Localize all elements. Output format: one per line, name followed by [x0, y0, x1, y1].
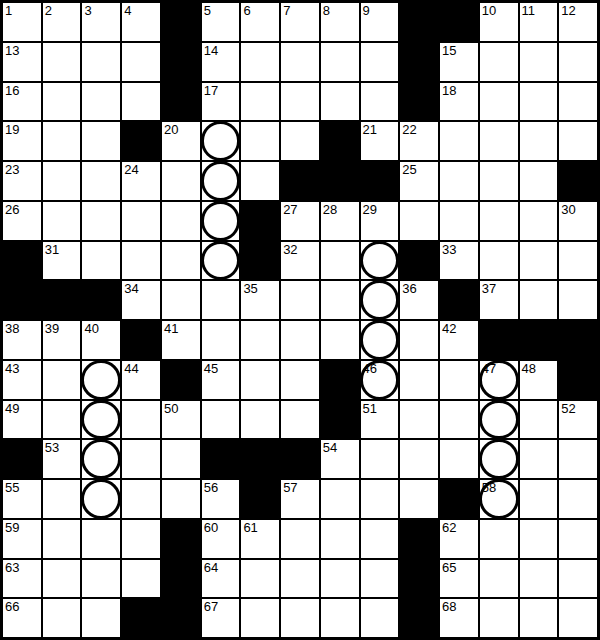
black-cell-r12c6 [240, 479, 280, 519]
clue-number-64: 64 [204, 561, 218, 575]
circle-marker [201, 241, 241, 281]
cell-r0c0[interactable]: 1 [2, 2, 42, 42]
black-cell-r2c10 [399, 82, 439, 122]
clue-number-58: 58 [482, 481, 496, 495]
clue-number-65: 65 [442, 561, 456, 575]
cell-r5c5[interactable] [201, 201, 241, 241]
cell-r3c2[interactable] [81, 121, 121, 161]
cell-r9c12[interactable]: 47 [479, 360, 519, 400]
cell-r15c14[interactable] [558, 598, 598, 638]
cell-r2c7[interactable] [280, 82, 320, 122]
cell-r6c7[interactable]: 32 [280, 241, 320, 281]
clue-number-49: 49 [5, 402, 19, 416]
clue-number-50: 50 [164, 402, 178, 416]
clue-number-56: 56 [204, 481, 218, 495]
cell-r7c7[interactable] [280, 280, 320, 320]
cell-r1c12[interactable] [479, 42, 519, 82]
cell-r11c12[interactable] [479, 439, 519, 479]
cell-r2c13[interactable] [519, 82, 559, 122]
cell-r15c11[interactable]: 68 [439, 598, 479, 638]
cell-r13c8[interactable] [320, 519, 360, 559]
cell-r7c9[interactable] [360, 280, 400, 320]
clue-number-27: 27 [283, 203, 297, 217]
clue-number-7: 7 [283, 4, 290, 18]
cell-r11c8[interactable]: 54 [320, 439, 360, 479]
black-cell-r0c10 [399, 2, 439, 42]
cell-r15c13[interactable] [519, 598, 559, 638]
clue-number-55: 55 [5, 481, 19, 495]
black-cell-r2c4 [161, 82, 201, 122]
black-cell-r13c10 [399, 519, 439, 559]
cell-r3c7[interactable] [280, 121, 320, 161]
circle-marker [201, 121, 241, 161]
clue-number-26: 26 [5, 203, 19, 217]
cell-r14c7[interactable] [280, 559, 320, 599]
clue-number-32: 32 [283, 243, 297, 257]
cell-r0c14[interactable]: 12 [558, 2, 598, 42]
clue-number-24: 24 [124, 163, 138, 177]
clue-number-34: 34 [124, 282, 138, 296]
cell-r3c6[interactable] [240, 121, 280, 161]
cell-r3c5[interactable] [201, 121, 241, 161]
cell-r10c1[interactable] [42, 400, 82, 440]
clue-number-30: 30 [561, 203, 575, 217]
cell-r0c7[interactable]: 7 [280, 2, 320, 42]
clue-number-45: 45 [204, 362, 218, 376]
cell-r13c12[interactable] [479, 519, 519, 559]
cell-r9c11[interactable] [439, 360, 479, 400]
cell-r15c0[interactable]: 66 [2, 598, 42, 638]
cell-r9c6[interactable] [240, 360, 280, 400]
clue-number-6: 6 [243, 4, 250, 18]
circle-marker [81, 479, 121, 519]
cell-r5c9[interactable]: 29 [360, 201, 400, 241]
cell-r1c2[interactable] [81, 42, 121, 82]
circle-marker [81, 360, 121, 400]
black-cell-r4c8 [320, 161, 360, 201]
cell-r11c11[interactable] [439, 439, 479, 479]
cell-r8c9[interactable] [360, 320, 400, 360]
cell-r13c6[interactable]: 61 [240, 519, 280, 559]
cell-r2c2[interactable] [81, 82, 121, 122]
cell-r7c6[interactable]: 35 [240, 280, 280, 320]
cell-r10c14[interactable]: 52 [558, 400, 598, 440]
cell-r0c5[interactable]: 5 [201, 2, 241, 42]
cell-r11c3[interactable] [121, 439, 161, 479]
black-cell-r7c1 [42, 280, 82, 320]
black-cell-r14c10 [399, 559, 439, 599]
circle-marker [360, 280, 400, 320]
clue-number-13: 13 [5, 44, 19, 58]
cell-r14c14[interactable] [558, 559, 598, 599]
circle-marker [479, 400, 519, 440]
cell-r1c3[interactable] [121, 42, 161, 82]
cell-r7c10[interactable]: 36 [399, 280, 439, 320]
cell-r1c1[interactable] [42, 42, 82, 82]
cell-r5c14[interactable]: 30 [558, 201, 598, 241]
cell-r6c8[interactable] [320, 241, 360, 281]
cell-r5c4[interactable] [161, 201, 201, 241]
clue-number-47: 47 [482, 362, 496, 376]
cell-r12c12[interactable]: 58 [479, 479, 519, 519]
black-cell-r8c14 [558, 320, 598, 360]
cell-r1c6[interactable] [240, 42, 280, 82]
clue-number-5: 5 [204, 4, 211, 18]
cell-r4c12[interactable] [479, 161, 519, 201]
cell-r11c9[interactable] [360, 439, 400, 479]
cell-r14c3[interactable] [121, 559, 161, 599]
cell-r5c8[interactable]: 28 [320, 201, 360, 241]
black-cell-r11c0 [2, 439, 42, 479]
circle-marker [360, 320, 400, 360]
black-cell-r9c8 [320, 360, 360, 400]
black-cell-r7c11 [439, 280, 479, 320]
clue-number-20: 20 [164, 123, 178, 137]
cell-r3c14[interactable] [558, 121, 598, 161]
cell-r5c2[interactable] [81, 201, 121, 241]
black-cell-r13c4 [161, 519, 201, 559]
clue-number-59: 59 [5, 521, 19, 535]
cell-r10c13[interactable] [519, 400, 559, 440]
cell-r12c4[interactable] [161, 479, 201, 519]
cell-r6c11[interactable]: 33 [439, 241, 479, 281]
cell-r12c0[interactable]: 55 [2, 479, 42, 519]
cell-r9c5[interactable]: 45 [201, 360, 241, 400]
cell-r13c14[interactable] [558, 519, 598, 559]
cell-r14c1[interactable] [42, 559, 82, 599]
clue-number-35: 35 [243, 282, 257, 296]
cell-r11c13[interactable] [519, 439, 559, 479]
cell-r9c13[interactable]: 48 [519, 360, 559, 400]
cell-r6c9[interactable] [360, 241, 400, 281]
clue-number-48: 48 [522, 362, 536, 376]
cell-r3c11[interactable] [439, 121, 479, 161]
clue-number-10: 10 [482, 4, 496, 18]
cell-r0c1[interactable]: 2 [42, 2, 82, 42]
cell-r6c5[interactable] [201, 241, 241, 281]
cell-r15c1[interactable] [42, 598, 82, 638]
cell-r0c13[interactable]: 11 [519, 2, 559, 42]
cell-r9c9[interactable]: 46 [360, 360, 400, 400]
cell-r14c11[interactable]: 65 [439, 559, 479, 599]
clue-number-25: 25 [402, 163, 416, 177]
crossword-grid: 1234567891011121314151617181920212223242… [0, 0, 600, 640]
cell-r2c3[interactable] [121, 82, 161, 122]
clue-number-33: 33 [442, 243, 456, 257]
cell-r13c11[interactable]: 62 [439, 519, 479, 559]
cell-r7c8[interactable] [320, 280, 360, 320]
cell-r6c13[interactable] [519, 241, 559, 281]
cell-r9c7[interactable] [280, 360, 320, 400]
cell-r9c3[interactable]: 44 [121, 360, 161, 400]
cell-r2c1[interactable] [42, 82, 82, 122]
cell-r13c2[interactable] [81, 519, 121, 559]
clue-number-40: 40 [84, 322, 98, 336]
circle-marker [201, 161, 241, 201]
cell-r9c2[interactable] [81, 360, 121, 400]
black-cell-r9c4 [161, 360, 201, 400]
clue-number-28: 28 [323, 203, 337, 217]
cell-r8c11[interactable]: 42 [439, 320, 479, 360]
cell-r13c0[interactable]: 59 [2, 519, 42, 559]
cell-r3c1[interactable] [42, 121, 82, 161]
clue-number-8: 8 [323, 4, 330, 18]
cell-r15c2[interactable] [81, 598, 121, 638]
cell-r13c13[interactable] [519, 519, 559, 559]
circle-marker [81, 400, 121, 440]
cell-r4c6[interactable] [240, 161, 280, 201]
cell-r13c9[interactable] [360, 519, 400, 559]
cell-r4c1[interactable] [42, 161, 82, 201]
cell-r1c0[interactable]: 13 [2, 42, 42, 82]
clue-number-67: 67 [204, 600, 218, 614]
clue-number-36: 36 [402, 282, 416, 296]
cell-r4c13[interactable] [519, 161, 559, 201]
cell-r5c0[interactable]: 26 [2, 201, 42, 241]
clue-number-66: 66 [5, 600, 19, 614]
black-cell-r0c4 [161, 2, 201, 42]
cell-r2c12[interactable] [479, 82, 519, 122]
cell-r13c3[interactable] [121, 519, 161, 559]
cell-r10c5[interactable] [201, 400, 241, 440]
clue-number-46: 46 [363, 362, 377, 376]
cell-r2c6[interactable] [240, 82, 280, 122]
cell-r10c3[interactable] [121, 400, 161, 440]
cell-r7c5[interactable] [201, 280, 241, 320]
cell-r15c12[interactable] [479, 598, 519, 638]
black-cell-r15c3 [121, 598, 161, 638]
cell-r5c1[interactable] [42, 201, 82, 241]
cell-r5c10[interactable] [399, 201, 439, 241]
black-cell-r1c4 [161, 42, 201, 82]
cell-r12c5[interactable]: 56 [201, 479, 241, 519]
clue-number-1: 1 [5, 4, 12, 18]
cell-r11c4[interactable] [161, 439, 201, 479]
cell-r14c12[interactable] [479, 559, 519, 599]
cell-r7c3[interactable]: 34 [121, 280, 161, 320]
black-cell-r12c11 [439, 479, 479, 519]
cell-r3c10[interactable]: 22 [399, 121, 439, 161]
cell-r12c7[interactable]: 57 [280, 479, 320, 519]
cell-r12c14[interactable] [558, 479, 598, 519]
cell-r15c5[interactable]: 67 [201, 598, 241, 638]
cell-r1c9[interactable] [360, 42, 400, 82]
cell-r1c13[interactable] [519, 42, 559, 82]
cell-r8c4[interactable]: 41 [161, 320, 201, 360]
cell-r2c9[interactable] [360, 82, 400, 122]
cell-r10c9[interactable]: 51 [360, 400, 400, 440]
cell-r2c11[interactable]: 18 [439, 82, 479, 122]
cell-r0c6[interactable]: 6 [240, 2, 280, 42]
cell-r10c0[interactable]: 49 [2, 400, 42, 440]
cell-r5c3[interactable] [121, 201, 161, 241]
cell-r4c4[interactable] [161, 161, 201, 201]
clue-number-62: 62 [442, 521, 456, 535]
cell-r7c14[interactable] [558, 280, 598, 320]
cell-r11c14[interactable] [558, 439, 598, 479]
cell-r9c0[interactable]: 43 [2, 360, 42, 400]
clue-number-4: 4 [124, 4, 131, 18]
cell-r10c6[interactable] [240, 400, 280, 440]
cell-r4c3[interactable]: 24 [121, 161, 161, 201]
cell-r5c7[interactable]: 27 [280, 201, 320, 241]
cell-r10c7[interactable] [280, 400, 320, 440]
clue-number-60: 60 [204, 521, 218, 535]
clue-number-52: 52 [561, 402, 575, 416]
cell-r1c5[interactable]: 14 [201, 42, 241, 82]
black-cell-r5c6 [240, 201, 280, 241]
cell-r2c14[interactable] [558, 82, 598, 122]
cell-r10c10[interactable] [399, 400, 439, 440]
cell-r6c4[interactable] [161, 241, 201, 281]
cell-r3c9[interactable]: 21 [360, 121, 400, 161]
cell-r4c11[interactable] [439, 161, 479, 201]
black-cell-r1c10 [399, 42, 439, 82]
clue-number-21: 21 [363, 123, 377, 137]
cell-r11c10[interactable] [399, 439, 439, 479]
cell-r0c2[interactable]: 3 [81, 2, 121, 42]
cell-r2c8[interactable] [320, 82, 360, 122]
circle-marker [479, 439, 519, 479]
cell-r8c7[interactable] [280, 320, 320, 360]
clue-number-37: 37 [482, 282, 496, 296]
cell-r15c9[interactable] [360, 598, 400, 638]
cell-r8c10[interactable] [399, 320, 439, 360]
cell-r8c6[interactable] [240, 320, 280, 360]
clue-number-2: 2 [45, 4, 52, 18]
clue-number-51: 51 [363, 402, 377, 416]
clue-number-42: 42 [442, 322, 456, 336]
black-cell-r3c3 [121, 121, 161, 161]
black-cell-r11c7 [280, 439, 320, 479]
cell-r6c1[interactable]: 31 [42, 241, 82, 281]
clue-number-19: 19 [5, 123, 19, 137]
cell-r2c0[interactable]: 16 [2, 82, 42, 122]
black-cell-r8c12 [479, 320, 519, 360]
cell-r12c1[interactable] [42, 479, 82, 519]
cell-r8c2[interactable]: 40 [81, 320, 121, 360]
cell-r10c4[interactable]: 50 [161, 400, 201, 440]
cell-r14c8[interactable] [320, 559, 360, 599]
clue-number-3: 3 [84, 4, 91, 18]
cell-r8c0[interactable]: 38 [2, 320, 42, 360]
cell-r8c8[interactable] [320, 320, 360, 360]
black-cell-r8c13 [519, 320, 559, 360]
clue-number-14: 14 [204, 44, 218, 58]
cell-r6c14[interactable] [558, 241, 598, 281]
cell-r1c8[interactable] [320, 42, 360, 82]
clue-number-61: 61 [243, 521, 257, 535]
clue-number-44: 44 [124, 362, 138, 376]
cell-r14c6[interactable] [240, 559, 280, 599]
cell-r12c10[interactable] [399, 479, 439, 519]
cell-r3c0[interactable]: 19 [2, 121, 42, 161]
cell-r11c2[interactable] [81, 439, 121, 479]
cell-r7c4[interactable] [161, 280, 201, 320]
cell-r4c2[interactable] [81, 161, 121, 201]
cell-r4c5[interactable] [201, 161, 241, 201]
cell-r3c4[interactable]: 20 [161, 121, 201, 161]
cell-r10c2[interactable] [81, 400, 121, 440]
cell-r7c13[interactable] [519, 280, 559, 320]
clue-number-29: 29 [363, 203, 377, 217]
cell-r0c9[interactable]: 9 [360, 2, 400, 42]
cell-r6c12[interactable] [479, 241, 519, 281]
cell-r11c1[interactable]: 53 [42, 439, 82, 479]
black-cell-r7c0 [2, 280, 42, 320]
cell-r8c1[interactable]: 39 [42, 320, 82, 360]
clue-number-63: 63 [5, 561, 19, 575]
cell-r14c2[interactable] [81, 559, 121, 599]
cell-r0c8[interactable]: 8 [320, 2, 360, 42]
black-cell-r6c10 [399, 241, 439, 281]
cell-r0c3[interactable]: 4 [121, 2, 161, 42]
cell-r2c5[interactable]: 17 [201, 82, 241, 122]
black-cell-r15c4 [161, 598, 201, 638]
clue-number-12: 12 [561, 4, 575, 18]
cell-r5c11[interactable] [439, 201, 479, 241]
cell-r5c13[interactable] [519, 201, 559, 241]
cell-r12c2[interactable] [81, 479, 121, 519]
cell-r15c8[interactable] [320, 598, 360, 638]
cell-r9c1[interactable] [42, 360, 82, 400]
cell-r7c12[interactable]: 37 [479, 280, 519, 320]
cell-r0c12[interactable]: 10 [479, 2, 519, 42]
cell-r14c5[interactable]: 64 [201, 559, 241, 599]
clue-number-17: 17 [204, 84, 218, 98]
cell-r1c11[interactable]: 15 [439, 42, 479, 82]
clue-number-11: 11 [522, 4, 536, 18]
cell-r8c5[interactable] [201, 320, 241, 360]
cell-r6c2[interactable] [81, 241, 121, 281]
cell-r14c0[interactable]: 63 [2, 559, 42, 599]
cell-r4c0[interactable]: 23 [2, 161, 42, 201]
cell-r15c6[interactable] [240, 598, 280, 638]
cell-r13c5[interactable]: 60 [201, 519, 241, 559]
clue-number-22: 22 [402, 123, 416, 137]
cell-r3c12[interactable] [479, 121, 519, 161]
cell-r1c14[interactable] [558, 42, 598, 82]
cell-r12c8[interactable] [320, 479, 360, 519]
cell-r6c3[interactable] [121, 241, 161, 281]
cell-r5c12[interactable] [479, 201, 519, 241]
black-cell-r0c11 [439, 2, 479, 42]
cell-r10c12[interactable] [479, 400, 519, 440]
clue-number-39: 39 [45, 322, 59, 336]
cell-r9c10[interactable] [399, 360, 439, 400]
cell-r13c7[interactable] [280, 519, 320, 559]
black-cell-r10c8 [320, 400, 360, 440]
clue-number-54: 54 [323, 441, 337, 455]
clue-number-31: 31 [45, 243, 59, 257]
clue-number-15: 15 [442, 44, 456, 58]
cell-r1c7[interactable] [280, 42, 320, 82]
black-cell-r4c9 [360, 161, 400, 201]
cell-r4c10[interactable]: 25 [399, 161, 439, 201]
clue-number-23: 23 [5, 163, 19, 177]
circle-marker [81, 439, 121, 479]
cell-r13c1[interactable] [42, 519, 82, 559]
black-cell-r6c6 [240, 241, 280, 281]
cell-r12c9[interactable] [360, 479, 400, 519]
cell-r10c11[interactable] [439, 400, 479, 440]
cell-r12c13[interactable] [519, 479, 559, 519]
cell-r14c9[interactable] [360, 559, 400, 599]
cell-r3c13[interactable] [519, 121, 559, 161]
cell-r12c3[interactable] [121, 479, 161, 519]
cell-r14c13[interactable] [519, 559, 559, 599]
cell-r15c7[interactable] [280, 598, 320, 638]
